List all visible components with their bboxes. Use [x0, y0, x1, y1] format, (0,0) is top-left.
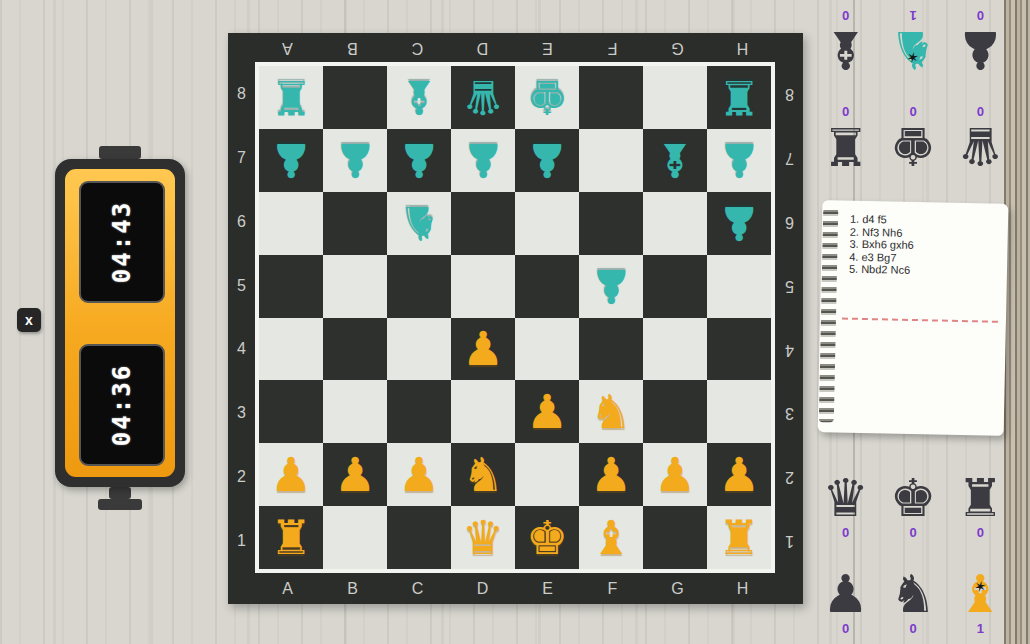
captured-black-tray: ♛0♚0♜0♟0♞1♝0 [812, 6, 1014, 198]
square-h4[interactable] [707, 318, 771, 381]
square-e1[interactable]: ♚ [515, 506, 579, 569]
square-e2[interactable] [515, 443, 579, 506]
captured-black-king: ♚0 [879, 102, 946, 198]
board-corner [228, 33, 255, 62]
square-e6[interactable] [515, 192, 579, 255]
file-labels-top: ABCDEFGH [255, 33, 775, 62]
captured-white-tray: ♛0♚0♜0♟0♞0♝1 [812, 446, 1014, 638]
file-label-h: H [710, 39, 775, 57]
knight-icon: ♞ [890, 568, 937, 620]
rank-label-7: 7 [785, 126, 794, 190]
board-corner [775, 573, 803, 604]
piece-black-pawn[interactable]: ♟ [462, 137, 504, 184]
clock-button-bottom[interactable] [98, 499, 142, 510]
square-d4[interactable]: ♟ [451, 318, 515, 381]
file-label-g: G [645, 580, 710, 598]
captured-bishop-count: 1 [977, 620, 984, 638]
square-b1[interactable] [323, 506, 387, 569]
square-d1[interactable]: ♛ [451, 506, 515, 569]
piece-black-rook[interactable]: ♜ [270, 74, 312, 121]
piece-white-pawn[interactable]: ♟ [590, 451, 632, 498]
square-f3[interactable]: ♞ [579, 380, 643, 443]
file-label-f: F [580, 39, 645, 57]
piece-white-king[interactable]: ♚ [526, 514, 568, 561]
file-label-d: D [450, 580, 515, 598]
square-f6[interactable] [579, 192, 643, 255]
captured-queen-count: 0 [842, 524, 849, 542]
close-button[interactable]: x [17, 308, 41, 332]
square-b2[interactable]: ♟ [323, 443, 387, 506]
rank-label-5: 5 [785, 254, 794, 318]
square-g8[interactable] [643, 66, 707, 129]
board-corner [775, 33, 803, 62]
file-labels-bottom: ABCDEFGH [255, 573, 775, 604]
rank-labels-left: 87654321 [228, 62, 255, 573]
piece-white-pawn[interactable]: ♟ [398, 451, 440, 498]
rank-label-1: 1 [785, 509, 794, 573]
piece-white-bishop[interactable]: ♝ [590, 514, 632, 561]
rook-icon: ♜ [957, 472, 1004, 524]
file-label-b: B [320, 39, 385, 57]
bishop-icon: ♝ [957, 568, 1004, 620]
rank-label-8: 8 [237, 62, 246, 126]
captured-queen-count: 0 [977, 102, 984, 120]
file-label-h: H [710, 580, 775, 598]
piece-black-bishop[interactable]: ♝ [398, 74, 440, 121]
board-corner [228, 573, 255, 604]
captured-rook-count: 0 [977, 524, 984, 542]
piece-black-pawn[interactable]: ♟ [590, 263, 632, 310]
square-f1[interactable]: ♝ [579, 506, 643, 569]
captured-pawn-count: 0 [842, 620, 849, 638]
captured-knight-count: 0 [909, 620, 916, 638]
rank-label-2: 2 [237, 445, 246, 509]
piece-black-knight[interactable]: ♞ [398, 200, 440, 247]
piece-white-knight[interactable]: ♞ [590, 388, 632, 435]
rank-label-3: 3 [237, 381, 246, 445]
captured-black-bishop: ♝0 [812, 6, 879, 102]
piece-white-pawn[interactable]: ♟ [526, 388, 568, 435]
pawn-icon: ♟ [957, 24, 1004, 76]
square-h7[interactable]: ♟ [707, 129, 771, 192]
square-g1[interactable] [643, 506, 707, 569]
square-d2[interactable]: ♞ [451, 443, 515, 506]
rank-labels-right: 87654321 [775, 62, 803, 573]
square-f8[interactable] [579, 66, 643, 129]
square-a7[interactable]: ♟ [259, 129, 323, 192]
captured-black-rook: ♜0 [812, 102, 879, 198]
captured-white-pawn: ♟0 [812, 542, 879, 638]
square-f7[interactable] [579, 129, 643, 192]
square-g7[interactable]: ♝ [643, 129, 707, 192]
square-a1[interactable]: ♜ [259, 506, 323, 569]
square-c6[interactable]: ♞ [387, 192, 451, 255]
piece-white-rook[interactable]: ♜ [718, 514, 760, 561]
square-b6[interactable] [323, 192, 387, 255]
square-a6[interactable] [259, 192, 323, 255]
queen-icon: ♛ [957, 120, 1004, 172]
square-h5[interactable] [707, 255, 771, 318]
piece-black-pawn[interactable]: ♟ [270, 137, 312, 184]
rank-label-1: 1 [237, 509, 246, 573]
white-time: 04:36 [108, 364, 136, 446]
square-e5[interactable] [515, 255, 579, 318]
square-a4[interactable] [259, 318, 323, 381]
square-c3[interactable] [387, 380, 451, 443]
square-a8[interactable]: ♜ [259, 66, 323, 129]
square-d5[interactable] [451, 255, 515, 318]
black-time: 04:43 [108, 201, 136, 283]
captured-pawn-count: 0 [977, 6, 984, 24]
file-label-d: D [450, 39, 515, 57]
queen-icon: ♛ [822, 472, 869, 524]
chess-board: ABCDEFGH 87654321 ♜♝♛♚♜♟♟♟♟♟♝♟♞♟♟♟♟♞♟♟♟♞… [228, 33, 803, 604]
rank-label-5: 5 [237, 254, 246, 318]
piece-black-pawn[interactable]: ♟ [718, 137, 760, 184]
square-h3[interactable] [707, 380, 771, 443]
square-d3[interactable] [451, 380, 515, 443]
piece-black-pawn[interactable]: ♟ [718, 200, 760, 247]
game-table: 04:43 04:36 x ABCDEFGH 87654321 ♜♝♛♚♜♟♟♟… [0, 0, 1030, 644]
square-a2[interactable]: ♟ [259, 443, 323, 506]
square-c2[interactable]: ♟ [387, 443, 451, 506]
square-a5[interactable] [259, 255, 323, 318]
piece-white-knight[interactable]: ♞ [462, 451, 504, 498]
square-h8[interactable]: ♜ [707, 66, 771, 129]
square-d6[interactable] [451, 192, 515, 255]
clock-stand-stem [109, 487, 131, 499]
clock-display-black: 04:43 [79, 181, 165, 303]
file-label-g: G [645, 39, 710, 57]
captured-knight-count: 1 [909, 6, 916, 24]
square-e4[interactable] [515, 318, 579, 381]
move-notepad: 1. d4 f52. Nf3 Nh63. Bxh6 gxh64. e3 Bg75… [818, 200, 1009, 436]
piece-white-queen[interactable]: ♛ [462, 514, 504, 561]
captured-white-king: ♚0 [879, 446, 946, 542]
captured-white-knight: ♞0 [879, 542, 946, 638]
file-label-a: A [255, 580, 320, 598]
move-list: 1. d4 f52. Nf3 Nh63. Bxh6 gxh64. e3 Bg75… [849, 213, 1000, 279]
square-e8[interactable]: ♚ [515, 66, 579, 129]
square-c5[interactable] [387, 255, 451, 318]
rank-label-4: 4 [785, 318, 794, 382]
square-d7[interactable]: ♟ [451, 129, 515, 192]
square-b5[interactable] [323, 255, 387, 318]
square-b7[interactable]: ♟ [323, 129, 387, 192]
clock-body: 04:43 04:36 [55, 159, 185, 487]
square-d8[interactable]: ♛ [451, 66, 515, 129]
file-label-b: B [320, 580, 385, 598]
captured-black-queen: ♛0 [947, 102, 1014, 198]
rook-icon: ♜ [822, 120, 869, 172]
captured-king-count: 0 [909, 524, 916, 542]
captured-rook-count: 0 [842, 102, 849, 120]
piece-black-rook[interactable]: ♜ [718, 74, 760, 121]
piece-black-pawn[interactable]: ♟ [334, 137, 376, 184]
square-h6[interactable]: ♟ [707, 192, 771, 255]
square-g3[interactable] [643, 380, 707, 443]
captured-black-pawn: ♟0 [947, 6, 1014, 102]
captured-king-count: 0 [909, 102, 916, 120]
piece-white-pawn[interactable]: ♟ [654, 451, 696, 498]
square-e7[interactable]: ♟ [515, 129, 579, 192]
square-g5[interactable] [643, 255, 707, 318]
piece-white-rook[interactable]: ♜ [270, 514, 312, 561]
file-label-e: E [515, 580, 580, 598]
piece-white-pawn[interactable]: ♟ [334, 451, 376, 498]
knight-icon: ♞ [890, 24, 937, 76]
piece-black-queen[interactable]: ♛ [462, 74, 504, 121]
square-f4[interactable] [579, 318, 643, 381]
square-g2[interactable]: ♟ [643, 443, 707, 506]
king-icon: ♚ [890, 472, 937, 524]
captured-white-queen: ♛0 [812, 446, 879, 542]
piece-white-pawn[interactable]: ♟ [270, 451, 312, 498]
rank-label-6: 6 [237, 190, 246, 254]
pawn-icon: ♟ [822, 568, 869, 620]
captured-black-knight: ♞1 [879, 6, 946, 102]
file-label-c: C [385, 39, 450, 57]
board-squares: ♜♝♛♚♜♟♟♟♟♟♝♟♞♟♟♟♟♞♟♟♟♞♟♟♟♜♛♚♝♜ [255, 62, 775, 573]
piece-white-pawn[interactable]: ♟ [462, 325, 504, 372]
piece-black-king[interactable]: ♚ [526, 74, 568, 121]
king-icon: ♚ [890, 120, 937, 172]
square-c8[interactable]: ♝ [387, 66, 451, 129]
square-f5[interactable]: ♟ [579, 255, 643, 318]
file-label-f: F [580, 580, 645, 598]
rank-label-8: 8 [785, 62, 794, 126]
clock-button-top[interactable] [99, 146, 141, 159]
square-b8[interactable] [323, 66, 387, 129]
square-b4[interactable] [323, 318, 387, 381]
bishop-icon: ♝ [822, 24, 869, 76]
square-e3[interactable]: ♟ [515, 380, 579, 443]
captured-white-bishop: ♝1 [947, 542, 1014, 638]
square-g4[interactable] [643, 318, 707, 381]
piece-black-pawn[interactable]: ♟ [526, 137, 568, 184]
rank-label-3: 3 [785, 381, 794, 445]
captured-bishop-count: 0 [842, 6, 849, 24]
rank-label-2: 2 [785, 445, 794, 509]
square-f2[interactable]: ♟ [579, 443, 643, 506]
clock-display-white: 04:36 [79, 344, 165, 466]
square-h1[interactable]: ♜ [707, 506, 771, 569]
square-h2[interactable]: ♟ [707, 443, 771, 506]
file-label-c: C [385, 580, 450, 598]
piece-black-pawn[interactable]: ♟ [398, 137, 440, 184]
square-c1[interactable] [387, 506, 451, 569]
captured-white-rook: ♜0 [947, 446, 1014, 542]
square-b3[interactable] [323, 380, 387, 443]
rank-label-4: 4 [237, 318, 246, 382]
piece-black-bishop[interactable]: ♝ [654, 137, 696, 184]
file-label-e: E [515, 39, 580, 57]
piece-white-pawn[interactable]: ♟ [718, 451, 760, 498]
rank-label-6: 6 [785, 190, 794, 254]
square-a3[interactable] [259, 380, 323, 443]
chess-clock: 04:43 04:36 [55, 146, 185, 510]
square-g6[interactable] [643, 192, 707, 255]
file-label-a: A [255, 39, 320, 57]
rank-label-7: 7 [237, 126, 246, 190]
square-c7[interactable]: ♟ [387, 129, 451, 192]
square-c4[interactable] [387, 318, 451, 381]
